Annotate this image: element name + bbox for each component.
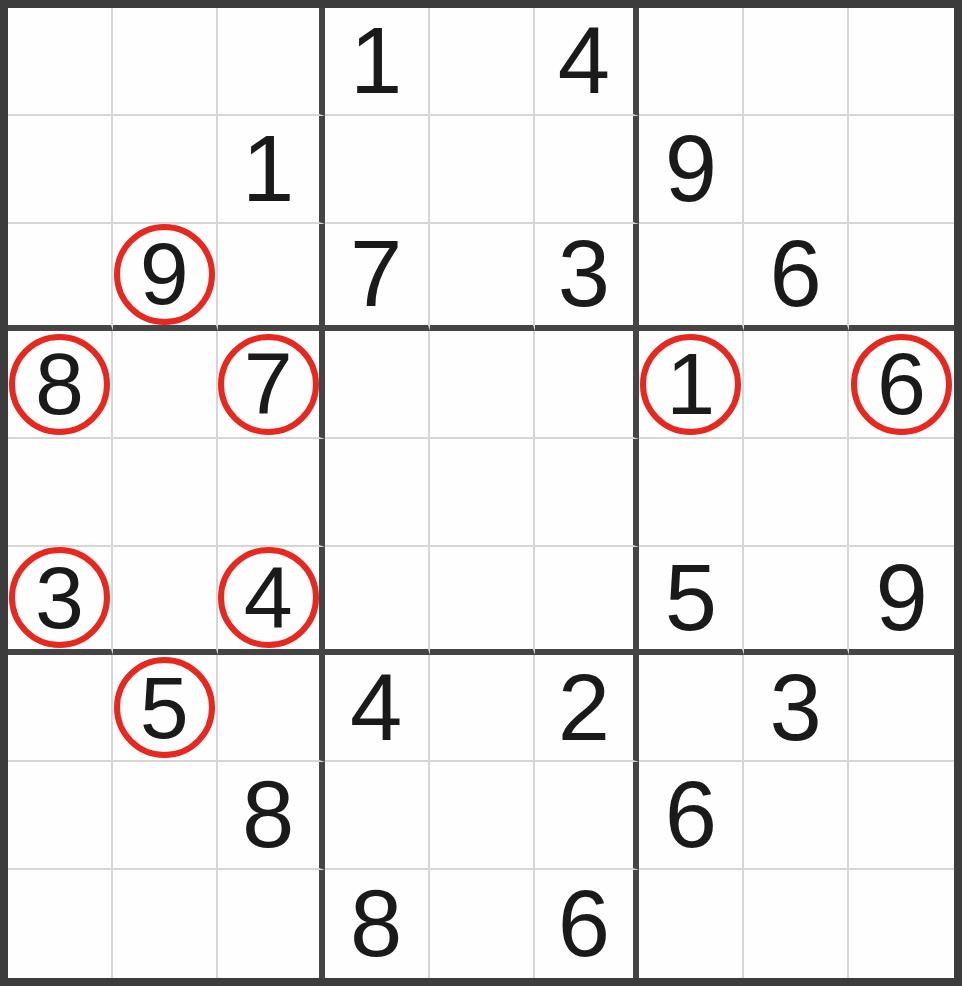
cell-r9c8[interactable] — [744, 870, 849, 978]
cell-r6c7[interactable]: 5 — [639, 547, 744, 655]
cell-r4c9[interactable]: 6 — [849, 331, 954, 439]
cell-r6c1[interactable]: 3 — [8, 547, 113, 655]
cell-r7c1[interactable] — [8, 655, 113, 763]
cell-r9c1[interactable] — [8, 870, 113, 978]
sudoku-board: 141997368716345954238686 — [0, 0, 962, 986]
cell-r5c6[interactable] — [535, 439, 640, 547]
cell-r4c2[interactable] — [113, 331, 218, 439]
cell-r5c8[interactable] — [744, 439, 849, 547]
given-digit: 6 — [877, 340, 926, 428]
cell-r5c1[interactable] — [8, 439, 113, 547]
cell-r8c5[interactable] — [430, 762, 535, 870]
cell-r6c8[interactable] — [744, 547, 849, 655]
given-digit: 3 — [35, 554, 84, 642]
red-circle-annotation: 1 — [640, 334, 741, 435]
cell-r1c2[interactable] — [113, 8, 218, 116]
cell-r9c5[interactable] — [430, 870, 535, 978]
cell-r9c3[interactable] — [218, 870, 325, 978]
given-digit: 1 — [350, 14, 402, 108]
given-digit: 1 — [242, 122, 294, 216]
cell-r8c9[interactable] — [849, 762, 954, 870]
red-circle-annotation: 7 — [218, 334, 319, 435]
cell-r7c8[interactable]: 3 — [744, 655, 849, 763]
red-circle-annotation: 8 — [9, 334, 110, 435]
cell-r7c4[interactable]: 4 — [325, 655, 430, 763]
cell-r6c6[interactable] — [535, 547, 640, 655]
cell-r2c9[interactable] — [849, 116, 954, 224]
given-digit: 4 — [244, 554, 293, 642]
cell-r1c5[interactable] — [430, 8, 535, 116]
cell-r2c2[interactable] — [113, 116, 218, 224]
cell-r3c6[interactable]: 3 — [535, 224, 640, 332]
given-digit: 7 — [350, 227, 402, 321]
cell-r2c3[interactable]: 1 — [218, 116, 325, 224]
cell-r3c5[interactable] — [430, 224, 535, 332]
cell-r9c4[interactable]: 8 — [325, 870, 430, 978]
cell-r1c7[interactable] — [639, 8, 744, 116]
cell-r9c9[interactable] — [849, 870, 954, 978]
given-digit: 6 — [665, 768, 717, 862]
cell-r7c5[interactable] — [430, 655, 535, 763]
cell-r9c2[interactable] — [113, 870, 218, 978]
cell-r4c3[interactable]: 7 — [218, 331, 325, 439]
cell-r8c8[interactable] — [744, 762, 849, 870]
cell-r5c4[interactable] — [325, 439, 430, 547]
red-circle-annotation: 4 — [218, 547, 319, 648]
red-circle-annotation: 3 — [9, 547, 110, 648]
cell-r7c6[interactable]: 2 — [535, 655, 640, 763]
cell-r1c8[interactable] — [744, 8, 849, 116]
cell-r5c3[interactable] — [218, 439, 325, 547]
cell-r1c4[interactable]: 1 — [325, 8, 430, 116]
given-digit: 8 — [35, 340, 84, 428]
cell-r4c8[interactable] — [744, 331, 849, 439]
given-digit: 9 — [665, 122, 717, 216]
cell-r4c7[interactable]: 1 — [639, 331, 744, 439]
given-digit: 8 — [242, 768, 294, 862]
red-circle-annotation: 9 — [114, 224, 215, 325]
cell-r8c2[interactable] — [113, 762, 218, 870]
cell-r5c7[interactable] — [639, 439, 744, 547]
cell-r3c2[interactable]: 9 — [113, 224, 218, 332]
given-digit: 5 — [665, 551, 717, 645]
cell-r3c7[interactable] — [639, 224, 744, 332]
cell-r8c6[interactable] — [535, 762, 640, 870]
cell-r2c8[interactable] — [744, 116, 849, 224]
cell-r3c4[interactable]: 7 — [325, 224, 430, 332]
given-digit: 4 — [558, 14, 610, 108]
cell-r2c7[interactable]: 9 — [639, 116, 744, 224]
cell-r3c8[interactable]: 6 — [744, 224, 849, 332]
cell-r2c6[interactable] — [535, 116, 640, 224]
given-digit: 2 — [558, 661, 610, 755]
cell-r6c5[interactable] — [430, 547, 535, 655]
cell-r8c1[interactable] — [8, 762, 113, 870]
given-digit: 6 — [770, 227, 822, 321]
cell-r6c9[interactable]: 9 — [849, 547, 954, 655]
given-digit: 4 — [350, 661, 402, 755]
cell-r6c4[interactable] — [325, 547, 430, 655]
cell-r6c3[interactable]: 4 — [218, 547, 325, 655]
given-digit: 8 — [350, 877, 402, 971]
cell-r9c7[interactable] — [639, 870, 744, 978]
cell-r1c3[interactable] — [218, 8, 325, 116]
cell-r5c5[interactable] — [430, 439, 535, 547]
given-digit: 3 — [770, 661, 822, 755]
cell-r2c4[interactable] — [325, 116, 430, 224]
cell-r2c1[interactable] — [8, 116, 113, 224]
red-circle-annotation: 6 — [851, 334, 952, 435]
given-digit: 9 — [875, 551, 927, 645]
cell-r1c9[interactable] — [849, 8, 954, 116]
cell-r5c9[interactable] — [849, 439, 954, 547]
cell-r5c2[interactable] — [113, 439, 218, 547]
given-digit: 9 — [140, 230, 189, 318]
cell-r1c6[interactable]: 4 — [535, 8, 640, 116]
cell-r7c2[interactable]: 5 — [113, 655, 218, 763]
cell-r4c6[interactable] — [535, 331, 640, 439]
given-digit: 6 — [558, 877, 610, 971]
cell-r7c9[interactable] — [849, 655, 954, 763]
cell-r3c1[interactable] — [8, 224, 113, 332]
cell-r4c5[interactable] — [430, 331, 535, 439]
red-circle-annotation: 5 — [114, 657, 215, 758]
cell-r4c1[interactable]: 8 — [8, 331, 113, 439]
cell-r3c9[interactable] — [849, 224, 954, 332]
cell-r9c6[interactable]: 6 — [535, 870, 640, 978]
given-digit: 7 — [244, 340, 293, 428]
cell-r7c7[interactable] — [639, 655, 744, 763]
cell-r8c3[interactable]: 8 — [218, 762, 325, 870]
cell-r6c2[interactable] — [113, 547, 218, 655]
given-digit: 3 — [558, 227, 610, 321]
cell-r7c3[interactable] — [218, 655, 325, 763]
cell-r8c7[interactable]: 6 — [639, 762, 744, 870]
cell-r8c4[interactable] — [325, 762, 430, 870]
cell-r2c5[interactable] — [430, 116, 535, 224]
cell-r1c1[interactable] — [8, 8, 113, 116]
given-digit: 5 — [140, 664, 189, 752]
cell-r4c4[interactable] — [325, 331, 430, 439]
cell-r3c3[interactable] — [218, 224, 325, 332]
given-digit: 1 — [666, 340, 715, 428]
